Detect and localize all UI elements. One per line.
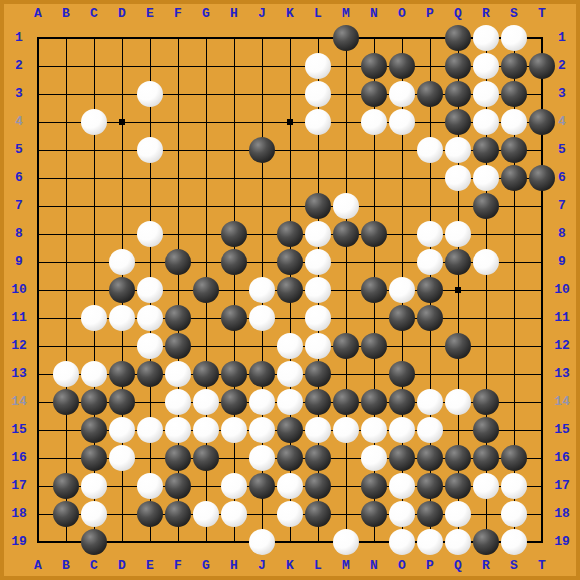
intersection-H7[interactable]: [220, 192, 248, 220]
intersection-D17[interactable]: [108, 472, 136, 500]
intersection-B13[interactable]: [52, 360, 80, 388]
intersection-D16[interactable]: [108, 444, 136, 472]
intersection-R19[interactable]: [472, 528, 500, 556]
intersection-R10[interactable]: [472, 276, 500, 304]
intersection-D5[interactable]: [108, 136, 136, 164]
intersection-M8[interactable]: [332, 220, 360, 248]
intersection-S17[interactable]: [500, 472, 528, 500]
intersection-E4[interactable]: [136, 108, 164, 136]
intersection-C16[interactable]: [80, 444, 108, 472]
intersection-M7[interactable]: [332, 192, 360, 220]
intersection-E17[interactable]: [136, 472, 164, 500]
intersection-R8[interactable]: [472, 220, 500, 248]
intersection-H2[interactable]: [220, 52, 248, 80]
intersection-O4[interactable]: [388, 108, 416, 136]
intersection-F12[interactable]: [164, 332, 192, 360]
intersection-P14[interactable]: [416, 388, 444, 416]
intersection-O15[interactable]: [388, 416, 416, 444]
intersection-J1[interactable]: [248, 24, 276, 52]
intersection-K10[interactable]: [276, 276, 304, 304]
intersection-F19[interactable]: [164, 528, 192, 556]
intersection-B3[interactable]: [52, 80, 80, 108]
intersection-E6[interactable]: [136, 164, 164, 192]
intersection-B18[interactable]: [52, 500, 80, 528]
intersection-C1[interactable]: [80, 24, 108, 52]
intersection-G8[interactable]: [192, 220, 220, 248]
intersection-N9[interactable]: [360, 248, 388, 276]
intersection-M5[interactable]: [332, 136, 360, 164]
intersection-E11[interactable]: [136, 304, 164, 332]
intersection-J11[interactable]: [248, 304, 276, 332]
intersection-G15[interactable]: [192, 416, 220, 444]
intersection-Q6[interactable]: [444, 164, 472, 192]
intersection-B7[interactable]: [52, 192, 80, 220]
intersection-S15[interactable]: [500, 416, 528, 444]
intersection-L9[interactable]: [304, 248, 332, 276]
intersection-F16[interactable]: [164, 444, 192, 472]
intersection-H5[interactable]: [220, 136, 248, 164]
intersection-S11[interactable]: [500, 304, 528, 332]
intersection-P7[interactable]: [416, 192, 444, 220]
intersection-S8[interactable]: [500, 220, 528, 248]
intersection-R9[interactable]: [472, 248, 500, 276]
intersection-G12[interactable]: [192, 332, 220, 360]
intersection-G1[interactable]: [192, 24, 220, 52]
intersection-D3[interactable]: [108, 80, 136, 108]
intersection-N16[interactable]: [360, 444, 388, 472]
intersection-G5[interactable]: [192, 136, 220, 164]
intersection-L4[interactable]: [304, 108, 332, 136]
intersection-K2[interactable]: [276, 52, 304, 80]
intersection-H1[interactable]: [220, 24, 248, 52]
intersection-P4[interactable]: [416, 108, 444, 136]
intersection-N12[interactable]: [360, 332, 388, 360]
intersection-E3[interactable]: [136, 80, 164, 108]
intersection-D8[interactable]: [108, 220, 136, 248]
intersection-E18[interactable]: [136, 500, 164, 528]
intersection-M13[interactable]: [332, 360, 360, 388]
intersection-M3[interactable]: [332, 80, 360, 108]
intersection-O8[interactable]: [388, 220, 416, 248]
intersection-R15[interactable]: [472, 416, 500, 444]
intersection-P5[interactable]: [416, 136, 444, 164]
intersection-B19[interactable]: [52, 528, 80, 556]
intersection-K12[interactable]: [276, 332, 304, 360]
intersection-F15[interactable]: [164, 416, 192, 444]
intersection-M19[interactable]: [332, 528, 360, 556]
intersection-C14[interactable]: [80, 388, 108, 416]
intersection-Q12[interactable]: [444, 332, 472, 360]
intersection-J19[interactable]: [248, 528, 276, 556]
intersection-M6[interactable]: [332, 164, 360, 192]
intersection-G11[interactable]: [192, 304, 220, 332]
intersection-B2[interactable]: [52, 52, 80, 80]
intersection-D4[interactable]: [108, 108, 136, 136]
intersection-C10[interactable]: [80, 276, 108, 304]
intersection-P15[interactable]: [416, 416, 444, 444]
intersection-E7[interactable]: [136, 192, 164, 220]
intersection-Q3[interactable]: [444, 80, 472, 108]
intersection-M12[interactable]: [332, 332, 360, 360]
intersection-L1[interactable]: [304, 24, 332, 52]
intersection-O16[interactable]: [388, 444, 416, 472]
intersection-H11[interactable]: [220, 304, 248, 332]
intersection-Q19[interactable]: [444, 528, 472, 556]
intersection-D1[interactable]: [108, 24, 136, 52]
intersection-P11[interactable]: [416, 304, 444, 332]
intersection-S5[interactable]: [500, 136, 528, 164]
intersection-N15[interactable]: [360, 416, 388, 444]
intersection-Q17[interactable]: [444, 472, 472, 500]
intersection-L15[interactable]: [304, 416, 332, 444]
intersection-S9[interactable]: [500, 248, 528, 276]
intersection-N8[interactable]: [360, 220, 388, 248]
intersection-K17[interactable]: [276, 472, 304, 500]
intersection-N6[interactable]: [360, 164, 388, 192]
intersection-L16[interactable]: [304, 444, 332, 472]
intersection-F9[interactable]: [164, 248, 192, 276]
intersection-F17[interactable]: [164, 472, 192, 500]
intersection-Q2[interactable]: [444, 52, 472, 80]
intersection-H4[interactable]: [220, 108, 248, 136]
intersection-Q16[interactable]: [444, 444, 472, 472]
intersection-L7[interactable]: [304, 192, 332, 220]
intersection-G18[interactable]: [192, 500, 220, 528]
intersection-H15[interactable]: [220, 416, 248, 444]
intersection-H10[interactable]: [220, 276, 248, 304]
intersection-D15[interactable]: [108, 416, 136, 444]
intersection-L17[interactable]: [304, 472, 332, 500]
intersection-G7[interactable]: [192, 192, 220, 220]
intersection-B8[interactable]: [52, 220, 80, 248]
intersection-L19[interactable]: [304, 528, 332, 556]
intersection-S13[interactable]: [500, 360, 528, 388]
intersection-F6[interactable]: [164, 164, 192, 192]
intersection-R12[interactable]: [472, 332, 500, 360]
intersection-B14[interactable]: [52, 388, 80, 416]
intersection-Q5[interactable]: [444, 136, 472, 164]
intersection-R6[interactable]: [472, 164, 500, 192]
intersection-H18[interactable]: [220, 500, 248, 528]
intersection-E14[interactable]: [136, 388, 164, 416]
intersection-Q4[interactable]: [444, 108, 472, 136]
intersection-D14[interactable]: [108, 388, 136, 416]
intersection-K14[interactable]: [276, 388, 304, 416]
intersection-P13[interactable]: [416, 360, 444, 388]
intersection-L8[interactable]: [304, 220, 332, 248]
intersection-O2[interactable]: [388, 52, 416, 80]
intersection-E9[interactable]: [136, 248, 164, 276]
intersection-H12[interactable]: [220, 332, 248, 360]
intersection-D19[interactable]: [108, 528, 136, 556]
intersection-F2[interactable]: [164, 52, 192, 80]
intersection-P17[interactable]: [416, 472, 444, 500]
intersection-O11[interactable]: [388, 304, 416, 332]
intersection-F10[interactable]: [164, 276, 192, 304]
intersection-J15[interactable]: [248, 416, 276, 444]
intersection-Q10[interactable]: [444, 276, 472, 304]
intersection-N14[interactable]: [360, 388, 388, 416]
intersection-C5[interactable]: [80, 136, 108, 164]
intersection-B10[interactable]: [52, 276, 80, 304]
intersection-D18[interactable]: [108, 500, 136, 528]
intersection-G6[interactable]: [192, 164, 220, 192]
intersection-P19[interactable]: [416, 528, 444, 556]
intersection-F18[interactable]: [164, 500, 192, 528]
intersection-P18[interactable]: [416, 500, 444, 528]
intersection-G16[interactable]: [192, 444, 220, 472]
intersection-Q8[interactable]: [444, 220, 472, 248]
intersection-P16[interactable]: [416, 444, 444, 472]
intersection-G9[interactable]: [192, 248, 220, 276]
intersection-N1[interactable]: [360, 24, 388, 52]
intersection-F4[interactable]: [164, 108, 192, 136]
intersection-D2[interactable]: [108, 52, 136, 80]
intersection-M11[interactable]: [332, 304, 360, 332]
intersection-H19[interactable]: [220, 528, 248, 556]
intersection-H16[interactable]: [220, 444, 248, 472]
intersection-G14[interactable]: [192, 388, 220, 416]
intersection-F1[interactable]: [164, 24, 192, 52]
intersection-Q15[interactable]: [444, 416, 472, 444]
intersection-L11[interactable]: [304, 304, 332, 332]
intersection-G19[interactable]: [192, 528, 220, 556]
intersection-J12[interactable]: [248, 332, 276, 360]
intersection-R1[interactable]: [472, 24, 500, 52]
intersection-N7[interactable]: [360, 192, 388, 220]
intersection-H17[interactable]: [220, 472, 248, 500]
intersection-O7[interactable]: [388, 192, 416, 220]
intersection-L2[interactable]: [304, 52, 332, 80]
intersection-O9[interactable]: [388, 248, 416, 276]
intersection-F8[interactable]: [164, 220, 192, 248]
intersection-F13[interactable]: [164, 360, 192, 388]
intersection-E2[interactable]: [136, 52, 164, 80]
intersection-B4[interactable]: [52, 108, 80, 136]
intersection-R4[interactable]: [472, 108, 500, 136]
intersection-J17[interactable]: [248, 472, 276, 500]
intersection-M14[interactable]: [332, 388, 360, 416]
intersection-S18[interactable]: [500, 500, 528, 528]
intersection-D9[interactable]: [108, 248, 136, 276]
intersection-R5[interactable]: [472, 136, 500, 164]
intersection-L13[interactable]: [304, 360, 332, 388]
intersection-K7[interactable]: [276, 192, 304, 220]
intersection-E10[interactable]: [136, 276, 164, 304]
intersection-L5[interactable]: [304, 136, 332, 164]
intersection-C6[interactable]: [80, 164, 108, 192]
intersection-S16[interactable]: [500, 444, 528, 472]
intersection-C9[interactable]: [80, 248, 108, 276]
intersection-K13[interactable]: [276, 360, 304, 388]
intersection-D12[interactable]: [108, 332, 136, 360]
intersection-R3[interactable]: [472, 80, 500, 108]
intersection-N10[interactable]: [360, 276, 388, 304]
intersection-L18[interactable]: [304, 500, 332, 528]
intersection-P6[interactable]: [416, 164, 444, 192]
intersection-F5[interactable]: [164, 136, 192, 164]
intersection-K15[interactable]: [276, 416, 304, 444]
intersection-J14[interactable]: [248, 388, 276, 416]
intersection-O10[interactable]: [388, 276, 416, 304]
intersection-M18[interactable]: [332, 500, 360, 528]
intersection-R16[interactable]: [472, 444, 500, 472]
intersection-Q1[interactable]: [444, 24, 472, 52]
intersection-S10[interactable]: [500, 276, 528, 304]
intersection-B16[interactable]: [52, 444, 80, 472]
intersection-F11[interactable]: [164, 304, 192, 332]
intersection-H14[interactable]: [220, 388, 248, 416]
intersection-E1[interactable]: [136, 24, 164, 52]
intersection-K4[interactable]: [276, 108, 304, 136]
intersection-H3[interactable]: [220, 80, 248, 108]
intersection-F3[interactable]: [164, 80, 192, 108]
intersection-S2[interactable]: [500, 52, 528, 80]
intersection-N19[interactable]: [360, 528, 388, 556]
intersection-C11[interactable]: [80, 304, 108, 332]
intersection-J2[interactable]: [248, 52, 276, 80]
intersection-D7[interactable]: [108, 192, 136, 220]
intersection-E13[interactable]: [136, 360, 164, 388]
intersection-B5[interactable]: [52, 136, 80, 164]
intersection-K3[interactable]: [276, 80, 304, 108]
intersection-L12[interactable]: [304, 332, 332, 360]
intersection-M2[interactable]: [332, 52, 360, 80]
intersection-L6[interactable]: [304, 164, 332, 192]
intersection-G4[interactable]: [192, 108, 220, 136]
intersection-O19[interactable]: [388, 528, 416, 556]
intersection-B11[interactable]: [52, 304, 80, 332]
intersection-K11[interactable]: [276, 304, 304, 332]
intersection-E5[interactable]: [136, 136, 164, 164]
intersection-P12[interactable]: [416, 332, 444, 360]
intersection-R14[interactable]: [472, 388, 500, 416]
intersection-O13[interactable]: [388, 360, 416, 388]
intersection-K6[interactable]: [276, 164, 304, 192]
intersection-H6[interactable]: [220, 164, 248, 192]
intersection-L14[interactable]: [304, 388, 332, 416]
intersection-J6[interactable]: [248, 164, 276, 192]
intersection-O18[interactable]: [388, 500, 416, 528]
intersection-J9[interactable]: [248, 248, 276, 276]
intersection-C3[interactable]: [80, 80, 108, 108]
intersection-K16[interactable]: [276, 444, 304, 472]
intersection-N13[interactable]: [360, 360, 388, 388]
intersection-O14[interactable]: [388, 388, 416, 416]
intersection-P9[interactable]: [416, 248, 444, 276]
intersection-P10[interactable]: [416, 276, 444, 304]
intersection-J8[interactable]: [248, 220, 276, 248]
intersection-E19[interactable]: [136, 528, 164, 556]
intersection-K18[interactable]: [276, 500, 304, 528]
intersection-C19[interactable]: [80, 528, 108, 556]
intersection-M9[interactable]: [332, 248, 360, 276]
intersection-J10[interactable]: [248, 276, 276, 304]
intersection-N17[interactable]: [360, 472, 388, 500]
intersection-C15[interactable]: [80, 416, 108, 444]
intersection-R2[interactable]: [472, 52, 500, 80]
intersection-R7[interactable]: [472, 192, 500, 220]
intersection-E16[interactable]: [136, 444, 164, 472]
intersection-C8[interactable]: [80, 220, 108, 248]
intersection-O17[interactable]: [388, 472, 416, 500]
intersection-D13[interactable]: [108, 360, 136, 388]
intersection-K9[interactable]: [276, 248, 304, 276]
intersection-O5[interactable]: [388, 136, 416, 164]
intersection-B1[interactable]: [52, 24, 80, 52]
intersection-S6[interactable]: [500, 164, 528, 192]
intersection-P3[interactable]: [416, 80, 444, 108]
intersection-N2[interactable]: [360, 52, 388, 80]
intersection-C7[interactable]: [80, 192, 108, 220]
intersection-R13[interactable]: [472, 360, 500, 388]
intersection-M16[interactable]: [332, 444, 360, 472]
intersection-E12[interactable]: [136, 332, 164, 360]
intersection-G10[interactable]: [192, 276, 220, 304]
intersection-S3[interactable]: [500, 80, 528, 108]
intersection-B9[interactable]: [52, 248, 80, 276]
intersection-R11[interactable]: [472, 304, 500, 332]
intersection-O12[interactable]: [388, 332, 416, 360]
intersection-S4[interactable]: [500, 108, 528, 136]
intersection-S14[interactable]: [500, 388, 528, 416]
intersection-L3[interactable]: [304, 80, 332, 108]
intersection-M17[interactable]: [332, 472, 360, 500]
intersection-R18[interactable]: [472, 500, 500, 528]
intersection-J18[interactable]: [248, 500, 276, 528]
intersection-Q18[interactable]: [444, 500, 472, 528]
intersection-O6[interactable]: [388, 164, 416, 192]
intersection-J16[interactable]: [248, 444, 276, 472]
intersection-K5[interactable]: [276, 136, 304, 164]
intersection-H13[interactable]: [220, 360, 248, 388]
intersection-N18[interactable]: [360, 500, 388, 528]
intersection-E8[interactable]: [136, 220, 164, 248]
intersection-J4[interactable]: [248, 108, 276, 136]
intersection-P2[interactable]: [416, 52, 444, 80]
intersection-O1[interactable]: [388, 24, 416, 52]
intersection-F14[interactable]: [164, 388, 192, 416]
intersection-G3[interactable]: [192, 80, 220, 108]
intersection-K1[interactable]: [276, 24, 304, 52]
intersection-N4[interactable]: [360, 108, 388, 136]
intersection-M4[interactable]: [332, 108, 360, 136]
intersection-B17[interactable]: [52, 472, 80, 500]
intersection-D6[interactable]: [108, 164, 136, 192]
intersection-C12[interactable]: [80, 332, 108, 360]
intersection-O3[interactable]: [388, 80, 416, 108]
intersection-G17[interactable]: [192, 472, 220, 500]
intersection-B15[interactable]: [52, 416, 80, 444]
intersection-Q7[interactable]: [444, 192, 472, 220]
intersection-P8[interactable]: [416, 220, 444, 248]
intersection-B6[interactable]: [52, 164, 80, 192]
intersection-S7[interactable]: [500, 192, 528, 220]
intersection-J13[interactable]: [248, 360, 276, 388]
intersection-R17[interactable]: [472, 472, 500, 500]
intersection-F7[interactable]: [164, 192, 192, 220]
intersection-N11[interactable]: [360, 304, 388, 332]
intersection-N5[interactable]: [360, 136, 388, 164]
intersection-K19[interactable]: [276, 528, 304, 556]
intersection-Q14[interactable]: [444, 388, 472, 416]
intersection-C18[interactable]: [80, 500, 108, 528]
intersection-Q11[interactable]: [444, 304, 472, 332]
intersection-P1[interactable]: [416, 24, 444, 52]
intersection-D10[interactable]: [108, 276, 136, 304]
intersection-S12[interactable]: [500, 332, 528, 360]
intersection-J3[interactable]: [248, 80, 276, 108]
